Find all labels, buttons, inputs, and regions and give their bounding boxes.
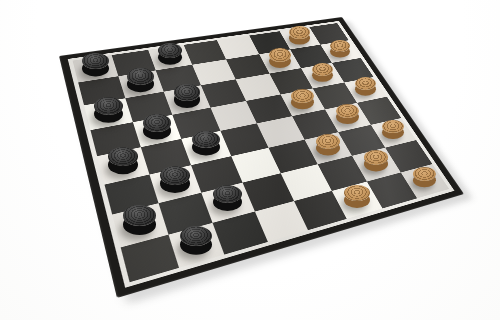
product-photo-scene bbox=[0, 0, 500, 320]
wooden-checker[interactable] bbox=[289, 26, 310, 39]
wooden-checker[interactable] bbox=[291, 89, 314, 103]
wooden-checker[interactable] bbox=[336, 104, 359, 118]
black-checker[interactable] bbox=[158, 43, 183, 58]
black-checker[interactable] bbox=[143, 114, 171, 132]
black-checker[interactable] bbox=[180, 226, 212, 246]
wooden-checker[interactable] bbox=[382, 120, 404, 134]
black-checker[interactable] bbox=[82, 53, 109, 70]
black-checker[interactable] bbox=[123, 205, 156, 226]
wooden-checker[interactable] bbox=[312, 63, 334, 76]
wooden-checker[interactable] bbox=[316, 134, 340, 149]
wooden-checker[interactable] bbox=[330, 40, 350, 53]
black-checker[interactable] bbox=[94, 97, 123, 115]
wooden-checker[interactable] bbox=[269, 48, 291, 62]
black-checker[interactable] bbox=[174, 84, 200, 100]
wooden-checker[interactable] bbox=[364, 150, 388, 165]
wooden-checker[interactable] bbox=[344, 185, 370, 201]
black-checker[interactable] bbox=[160, 166, 190, 185]
black-checker[interactable] bbox=[127, 68, 154, 85]
